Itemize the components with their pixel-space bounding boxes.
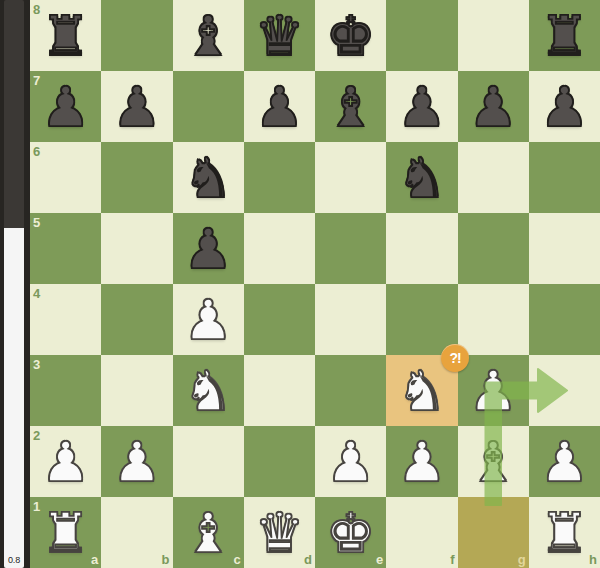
black-pawn-c5[interactable]: ♟: [173, 213, 244, 284]
square-h6[interactable]: [529, 142, 600, 213]
square-b3[interactable]: [101, 355, 172, 426]
square-h7[interactable]: ♟: [529, 71, 600, 142]
square-g6[interactable]: [458, 142, 529, 213]
square-g5[interactable]: [458, 213, 529, 284]
chess-board: 8♜♝♛♚♜7♟♟♟♝♟♟♟6♞♞5♟4♟3♞♞♟2♟♟♟♟♝♟1a♜bc♝d♛…: [30, 0, 600, 568]
square-a7[interactable]: 7♟: [30, 71, 101, 142]
eval-white-portion: 0.8: [4, 228, 24, 568]
black-pawn-g7[interactable]: ♟: [458, 71, 529, 142]
white-pawn-f2[interactable]: ♟: [386, 426, 457, 497]
square-h8[interactable]: ♜: [529, 0, 600, 71]
white-pawn-h2[interactable]: ♟: [529, 426, 600, 497]
file-label-g: g: [518, 553, 526, 566]
rank-label-5: 5: [33, 216, 40, 229]
black-pawn-f7[interactable]: ♟: [386, 71, 457, 142]
square-f6[interactable]: ♞: [386, 142, 457, 213]
black-bishop-c8[interactable]: ♝: [173, 0, 244, 71]
square-g1[interactable]: g: [458, 497, 529, 568]
rank-label-6: 6: [33, 145, 40, 158]
white-pawn-g3[interactable]: ♟: [458, 355, 529, 426]
file-label-f: f: [450, 553, 454, 566]
square-c5[interactable]: ♟: [173, 213, 244, 284]
file-label-b: b: [162, 553, 170, 566]
black-pawn-b7[interactable]: ♟: [101, 71, 172, 142]
black-bishop-e7[interactable]: ♝: [315, 71, 386, 142]
white-pawn-e2[interactable]: ♟: [315, 426, 386, 497]
square-e1[interactable]: e♚: [315, 497, 386, 568]
square-d7[interactable]: ♟: [244, 71, 315, 142]
square-e6[interactable]: [315, 142, 386, 213]
square-f1[interactable]: f: [386, 497, 457, 568]
square-d2[interactable]: [244, 426, 315, 497]
white-rook-h1[interactable]: ♜: [529, 497, 600, 568]
square-g3[interactable]: ♟: [458, 355, 529, 426]
square-g4[interactable]: [458, 284, 529, 355]
square-a5[interactable]: 5: [30, 213, 101, 284]
square-d1[interactable]: d♛: [244, 497, 315, 568]
black-pawn-h7[interactable]: ♟: [529, 71, 600, 142]
square-c6[interactable]: ♞: [173, 142, 244, 213]
white-pawn-b2[interactable]: ♟: [101, 426, 172, 497]
square-f8[interactable]: [386, 0, 457, 71]
square-c1[interactable]: c♝: [173, 497, 244, 568]
square-d8[interactable]: ♛: [244, 0, 315, 71]
square-e7[interactable]: ♝: [315, 71, 386, 142]
black-knight-c6[interactable]: ♞: [173, 142, 244, 213]
square-d4[interactable]: [244, 284, 315, 355]
square-c2[interactable]: [173, 426, 244, 497]
white-rook-a1[interactable]: ♜: [30, 497, 101, 568]
square-a1[interactable]: 1a♜: [30, 497, 101, 568]
square-h5[interactable]: [529, 213, 600, 284]
square-h2[interactable]: ♟: [529, 426, 600, 497]
eval-score: 0.8: [8, 556, 20, 568]
square-a2[interactable]: 2♟: [30, 426, 101, 497]
square-f5[interactable]: [386, 213, 457, 284]
square-e5[interactable]: [315, 213, 386, 284]
square-d5[interactable]: [244, 213, 315, 284]
square-f7[interactable]: ♟: [386, 71, 457, 142]
rank-label-4: 4: [33, 287, 40, 300]
white-pawn-a2[interactable]: ♟: [30, 426, 101, 497]
black-pawn-a7[interactable]: ♟: [30, 71, 101, 142]
square-d6[interactable]: [244, 142, 315, 213]
square-h4[interactable]: [529, 284, 600, 355]
white-queen-d1[interactable]: ♛: [244, 497, 315, 568]
square-e8[interactable]: ♚: [315, 0, 386, 71]
white-king-e1[interactable]: ♚: [315, 497, 386, 568]
black-queen-d8[interactable]: ♛: [244, 0, 315, 71]
rank-label-3: 3: [33, 358, 40, 371]
square-d3[interactable]: [244, 355, 315, 426]
square-a4[interactable]: 4: [30, 284, 101, 355]
square-f4[interactable]: [386, 284, 457, 355]
square-a6[interactable]: 6: [30, 142, 101, 213]
square-e3[interactable]: [315, 355, 386, 426]
analysis-board-view: 0.8 8♜♝♛♚♜7♟♟♟♝♟♟♟6♞♞5♟4♟3♞♞♟2♟♟♟♟♝♟1a♜b…: [0, 0, 600, 568]
square-b4[interactable]: [101, 284, 172, 355]
white-knight-c3[interactable]: ♞: [173, 355, 244, 426]
black-pawn-d7[interactable]: ♟: [244, 71, 315, 142]
black-rook-h8[interactable]: ♜: [529, 0, 600, 71]
square-b2[interactable]: ♟: [101, 426, 172, 497]
inaccuracy-badge-label: ?!: [449, 350, 460, 366]
square-c4[interactable]: ♟: [173, 284, 244, 355]
white-bishop-c1[interactable]: ♝: [173, 497, 244, 568]
square-g7[interactable]: ♟: [458, 71, 529, 142]
square-a8[interactable]: 8♜: [30, 0, 101, 71]
square-b5[interactable]: [101, 213, 172, 284]
square-e4[interactable]: [315, 284, 386, 355]
square-b6[interactable]: [101, 142, 172, 213]
white-pawn-c4[interactable]: ♟: [173, 284, 244, 355]
square-a3[interactable]: 3: [30, 355, 101, 426]
square-g8[interactable]: [458, 0, 529, 71]
square-g2[interactable]: ♝: [458, 426, 529, 497]
square-f2[interactable]: ♟: [386, 426, 457, 497]
square-b7[interactable]: ♟: [101, 71, 172, 142]
square-c8[interactable]: ♝: [173, 0, 244, 71]
square-h3[interactable]: [529, 355, 600, 426]
square-c3[interactable]: ♞: [173, 355, 244, 426]
square-b8[interactable]: [101, 0, 172, 71]
inaccuracy-badge: ?!: [441, 344, 469, 372]
square-b1[interactable]: b: [101, 497, 172, 568]
black-king-e8[interactable]: ♚: [315, 0, 386, 71]
evaluation-bar: 0.8: [4, 0, 24, 568]
square-c7[interactable]: [173, 71, 244, 142]
black-knight-f6[interactable]: ♞: [386, 142, 457, 213]
square-e2[interactable]: ♟: [315, 426, 386, 497]
black-rook-a8[interactable]: ♜: [30, 0, 101, 71]
square-h1[interactable]: h♜: [529, 497, 600, 568]
white-bishop-g2[interactable]: ♝: [458, 426, 529, 497]
